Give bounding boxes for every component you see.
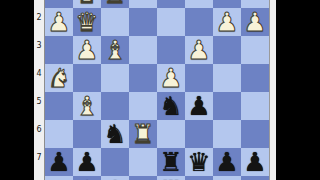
piece-black-knight-c6[interactable]: ♞ [101,120,129,148]
square-h4[interactable] [241,64,269,92]
piece-black-bishop-c8[interactable]: ♝ [101,176,129,180]
square-g5[interactable] [213,92,241,120]
piece-white-bishop-b5[interactable]: ♝ [73,92,101,120]
square-h6[interactable] [241,120,269,148]
square-a5[interactable] [45,92,73,120]
square-e3[interactable] [157,36,185,64]
piece-white-pawn-f3[interactable]: ♟ [185,36,213,64]
square-f2[interactable] [185,8,213,36]
square-d7[interactable] [129,148,157,176]
square-c7[interactable] [101,148,129,176]
board-right-border [269,0,276,180]
square-e6[interactable] [157,120,185,148]
rank-label-3: 3 [34,42,44,50]
piece-black-king-b8[interactable]: ♚ [73,176,101,180]
piece-black-rook-e8[interactable]: ♜ [157,176,185,180]
square-a3[interactable] [45,36,73,64]
square-h3[interactable] [241,36,269,64]
piece-black-pawn-g7[interactable]: ♟ [213,148,241,176]
piece-white-pawn-g2[interactable]: ♟ [213,8,241,36]
square-d3[interactable] [129,36,157,64]
square-e1[interactable] [157,0,185,8]
piece-black-knight-e5[interactable]: ♞ [157,92,185,120]
piece-white-pawn-h2[interactable]: ♟ [241,8,269,36]
chess-diagram-thumbnail: 12345678 ♚♜♟♛♟♟♟♝♟♞♟♝♞♟♞♜♟♟♜♛♟♟♚♝♜ [0,0,320,180]
chess-board: ♚♜♟♛♟♟♟♝♟♞♟♝♞♟♞♜♟♟♜♛♟♟♚♝♜ [45,0,269,180]
rank-label-7: 7 [34,154,44,162]
square-b4[interactable] [73,64,101,92]
piece-white-queen-b2[interactable]: ♛ [73,8,101,36]
rank-label-5: 5 [34,98,44,106]
square-f4[interactable] [185,64,213,92]
square-c4[interactable] [101,64,129,92]
rank-label-2: 2 [34,14,44,22]
square-d4[interactable] [129,64,157,92]
piece-black-pawn-h7[interactable]: ♟ [241,148,269,176]
square-f1[interactable] [185,0,213,8]
square-d2[interactable] [129,8,157,36]
piece-white-pawn-e4[interactable]: ♟ [157,64,185,92]
piece-white-pawn-b3[interactable]: ♟ [73,36,101,64]
square-e2[interactable] [157,8,185,36]
piece-black-pawn-f5[interactable]: ♟ [185,92,213,120]
square-h5[interactable] [241,92,269,120]
piece-black-rook-e7[interactable]: ♜ [157,148,185,176]
piece-black-pawn-a7[interactable]: ♟ [45,148,73,176]
piece-white-knight-a4[interactable]: ♞ [45,64,73,92]
rank-label-6: 6 [34,126,44,134]
piece-black-pawn-b7[interactable]: ♟ [73,148,101,176]
piece-white-rook-d6[interactable]: ♜ [129,120,157,148]
piece-white-pawn-a2[interactable]: ♟ [45,8,73,36]
square-b6[interactable] [73,120,101,148]
square-d8[interactable] [129,176,157,180]
square-g6[interactable] [213,120,241,148]
piece-white-bishop-c3[interactable]: ♝ [101,36,129,64]
square-c5[interactable] [101,92,129,120]
square-c2[interactable] [101,8,129,36]
piece-black-queen-f7[interactable]: ♛ [185,148,213,176]
rank-label-gutter: 12345678 [34,0,45,180]
square-a6[interactable] [45,120,73,148]
square-f6[interactable] [185,120,213,148]
rank-label-4: 4 [34,70,44,78]
square-g3[interactable] [213,36,241,64]
square-d5[interactable] [129,92,157,120]
square-d1[interactable] [129,0,157,8]
square-g4[interactable] [213,64,241,92]
piece-white-rook-c1[interactable]: ♜ [101,0,129,8]
